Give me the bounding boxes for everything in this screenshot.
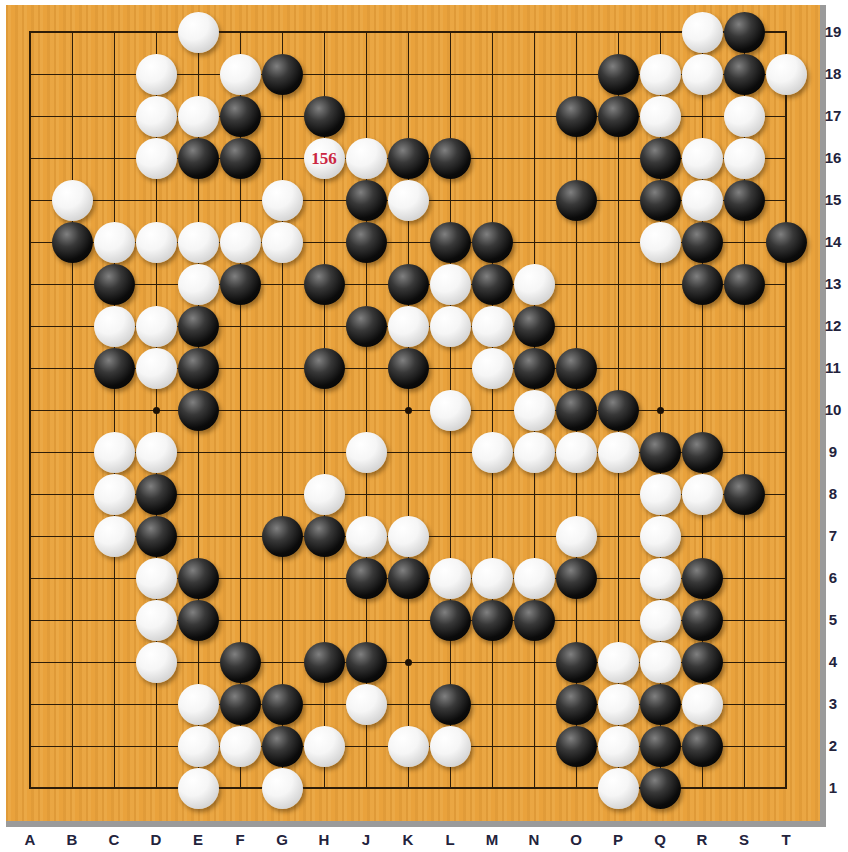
stone-black-H4[interactable] <box>304 642 345 683</box>
row-label-19: 19 <box>820 23 846 40</box>
stone-black-J6[interactable] <box>346 558 387 599</box>
stone-white-G1[interactable] <box>262 768 303 809</box>
stone-black-M14[interactable] <box>472 222 513 263</box>
stone-black-C11[interactable] <box>94 348 135 389</box>
stone-white-N13[interactable] <box>514 264 555 305</box>
stone-white-J9[interactable] <box>346 432 387 473</box>
stone-white-C7[interactable] <box>94 516 135 557</box>
stone-white-Q6[interactable] <box>640 558 681 599</box>
stone-black-L16[interactable] <box>430 138 471 179</box>
stone-black-J12[interactable] <box>346 306 387 347</box>
row-label-16: 16 <box>820 149 846 166</box>
stone-white-R3[interactable] <box>682 684 723 725</box>
stone-black-P18[interactable] <box>598 54 639 95</box>
stone-white-Q8[interactable] <box>640 474 681 515</box>
stone-white-M12[interactable] <box>472 306 513 347</box>
stone-white-P1[interactable] <box>598 768 639 809</box>
stone-black-T14[interactable] <box>766 222 807 263</box>
stone-black-K11[interactable] <box>388 348 429 389</box>
stone-white-M9[interactable] <box>472 432 513 473</box>
stone-black-N12[interactable] <box>514 306 555 347</box>
hoshi-point <box>153 407 160 414</box>
stone-white-S16[interactable] <box>724 138 765 179</box>
stone-black-D8[interactable] <box>136 474 177 515</box>
stone-black-E11[interactable] <box>178 348 219 389</box>
stone-white-J3[interactable] <box>346 684 387 725</box>
stone-black-R9[interactable] <box>682 432 723 473</box>
column-label-N: N <box>523 831 545 848</box>
stone-black-Q3[interactable] <box>640 684 681 725</box>
stone-white-Q18[interactable] <box>640 54 681 95</box>
stone-white-D6[interactable] <box>136 558 177 599</box>
stone-black-K16[interactable] <box>388 138 429 179</box>
stone-white-B15[interactable] <box>52 180 93 221</box>
hoshi-point <box>657 407 664 414</box>
column-label-T: T <box>775 831 797 848</box>
stone-black-O15[interactable] <box>556 180 597 221</box>
goban[interactable]: 156 <box>6 5 826 827</box>
stone-white-D12[interactable] <box>136 306 177 347</box>
stone-black-K13[interactable] <box>388 264 429 305</box>
row-label-3: 3 <box>820 695 846 712</box>
stone-black-O2[interactable] <box>556 726 597 767</box>
stone-white-E19[interactable] <box>178 12 219 53</box>
row-label-18: 18 <box>820 65 846 82</box>
column-label-R: R <box>691 831 713 848</box>
stone-black-P17[interactable] <box>598 96 639 137</box>
stone-black-S8[interactable] <box>724 474 765 515</box>
stone-black-N5[interactable] <box>514 600 555 641</box>
stone-white-T18[interactable] <box>766 54 807 95</box>
row-label-17: 17 <box>820 107 846 124</box>
row-label-6: 6 <box>820 569 846 586</box>
stone-white-C12[interactable] <box>94 306 135 347</box>
stone-white-D14[interactable] <box>136 222 177 263</box>
hoshi-point <box>405 659 412 666</box>
stone-black-S13[interactable] <box>724 264 765 305</box>
stone-white-J16[interactable] <box>346 138 387 179</box>
column-label-M: M <box>481 831 503 848</box>
row-label-4: 4 <box>820 653 846 670</box>
stone-black-F13[interactable] <box>220 264 261 305</box>
stone-black-M5[interactable] <box>472 600 513 641</box>
stone-black-O4[interactable] <box>556 642 597 683</box>
stone-white-M11[interactable] <box>472 348 513 389</box>
stone-black-G2[interactable] <box>262 726 303 767</box>
stone-white-H8[interactable] <box>304 474 345 515</box>
column-label-P: P <box>607 831 629 848</box>
column-label-L: L <box>439 831 461 848</box>
stone-black-L5[interactable] <box>430 600 471 641</box>
stone-black-D7[interactable] <box>136 516 177 557</box>
stone-white-L6[interactable] <box>430 558 471 599</box>
stone-white-H2[interactable] <box>304 726 345 767</box>
stone-black-E10[interactable] <box>178 390 219 431</box>
stone-black-F16[interactable] <box>220 138 261 179</box>
stone-white-P9[interactable] <box>598 432 639 473</box>
row-label-9: 9 <box>820 443 846 460</box>
stone-white-P4[interactable] <box>598 642 639 683</box>
stone-white-N10[interactable] <box>514 390 555 431</box>
stone-white-M6[interactable] <box>472 558 513 599</box>
row-label-11: 11 <box>820 359 846 376</box>
stone-black-Q2[interactable] <box>640 726 681 767</box>
stone-black-G18[interactable] <box>262 54 303 95</box>
stone-black-R14[interactable] <box>682 222 723 263</box>
column-label-B: B <box>61 831 83 848</box>
stone-white-K7[interactable] <box>388 516 429 557</box>
stone-white-N9[interactable] <box>514 432 555 473</box>
stone-white-F14[interactable] <box>220 222 261 263</box>
go-board-screenshot: 156 ABCDEFGHJKLMNOPQRST19181716151413121… <box>0 0 848 852</box>
stone-white-E2[interactable] <box>178 726 219 767</box>
stone-white-Q7[interactable] <box>640 516 681 557</box>
stone-black-Q15[interactable] <box>640 180 681 221</box>
stone-white-D5[interactable] <box>136 600 177 641</box>
stone-white-K2[interactable] <box>388 726 429 767</box>
stone-black-E16[interactable] <box>178 138 219 179</box>
stone-white-D17[interactable] <box>136 96 177 137</box>
column-label-Q: Q <box>649 831 671 848</box>
stone-white-G14[interactable] <box>262 222 303 263</box>
column-label-S: S <box>733 831 755 848</box>
column-label-J: J <box>355 831 377 848</box>
stone-black-R5[interactable] <box>682 600 723 641</box>
stone-black-O17[interactable] <box>556 96 597 137</box>
row-label-5: 5 <box>820 611 846 628</box>
stone-white-L13[interactable] <box>430 264 471 305</box>
stone-black-H17[interactable] <box>304 96 345 137</box>
stone-black-O6[interactable] <box>556 558 597 599</box>
column-label-O: O <box>565 831 587 848</box>
stone-black-J14[interactable] <box>346 222 387 263</box>
row-label-13: 13 <box>820 275 846 292</box>
stone-white-H16[interactable]: 156 <box>304 138 345 179</box>
column-label-A: A <box>19 831 41 848</box>
stone-white-F18[interactable] <box>220 54 261 95</box>
stone-white-R8[interactable] <box>682 474 723 515</box>
stone-black-R13[interactable] <box>682 264 723 305</box>
stone-white-Q4[interactable] <box>640 642 681 683</box>
stone-black-H7[interactable] <box>304 516 345 557</box>
stone-white-C8[interactable] <box>94 474 135 515</box>
stone-white-C9[interactable] <box>94 432 135 473</box>
stone-black-B14[interactable] <box>52 222 93 263</box>
stone-white-K15[interactable] <box>388 180 429 221</box>
stone-black-L3[interactable] <box>430 684 471 725</box>
stone-white-S17[interactable] <box>724 96 765 137</box>
stone-white-E14[interactable] <box>178 222 219 263</box>
stone-black-H11[interactable] <box>304 348 345 389</box>
column-label-E: E <box>187 831 209 848</box>
stone-black-E12[interactable] <box>178 306 219 347</box>
stone-black-L14[interactable] <box>430 222 471 263</box>
stone-black-S19[interactable] <box>724 12 765 53</box>
stone-black-R6[interactable] <box>682 558 723 599</box>
stone-black-O11[interactable] <box>556 348 597 389</box>
stone-white-D4[interactable] <box>136 642 177 683</box>
stone-black-S18[interactable] <box>724 54 765 95</box>
stone-white-R19[interactable] <box>682 12 723 53</box>
stone-black-Q1[interactable] <box>640 768 681 809</box>
stone-white-Q17[interactable] <box>640 96 681 137</box>
stone-black-G3[interactable] <box>262 684 303 725</box>
stone-white-P3[interactable] <box>598 684 639 725</box>
stone-white-R16[interactable] <box>682 138 723 179</box>
stone-white-D11[interactable] <box>136 348 177 389</box>
stone-black-F17[interactable] <box>220 96 261 137</box>
stone-white-C14[interactable] <box>94 222 135 263</box>
stone-black-E6[interactable] <box>178 558 219 599</box>
stone-black-R4[interactable] <box>682 642 723 683</box>
stone-white-Q14[interactable] <box>640 222 681 263</box>
column-label-H: H <box>313 831 335 848</box>
stone-white-O7[interactable] <box>556 516 597 557</box>
row-label-10: 10 <box>820 401 846 418</box>
stone-black-Q16[interactable] <box>640 138 681 179</box>
stone-black-N11[interactable] <box>514 348 555 389</box>
stone-white-O9[interactable] <box>556 432 597 473</box>
stone-white-F2[interactable] <box>220 726 261 767</box>
stone-black-Q9[interactable] <box>640 432 681 473</box>
stone-black-F4[interactable] <box>220 642 261 683</box>
column-label-F: F <box>229 831 251 848</box>
row-label-7: 7 <box>820 527 846 544</box>
row-label-8: 8 <box>820 485 846 502</box>
stone-black-S15[interactable] <box>724 180 765 221</box>
stone-black-R2[interactable] <box>682 726 723 767</box>
stone-black-H13[interactable] <box>304 264 345 305</box>
stone-white-E17[interactable] <box>178 96 219 137</box>
stone-black-M13[interactable] <box>472 264 513 305</box>
stone-black-O10[interactable] <box>556 390 597 431</box>
stone-white-E13[interactable] <box>178 264 219 305</box>
column-label-G: G <box>271 831 293 848</box>
hoshi-point <box>405 407 412 414</box>
stone-white-E1[interactable] <box>178 768 219 809</box>
stone-white-D18[interactable] <box>136 54 177 95</box>
stone-white-R15[interactable] <box>682 180 723 221</box>
row-label-1: 1 <box>820 779 846 796</box>
stone-black-J15[interactable] <box>346 180 387 221</box>
stone-white-Q5[interactable] <box>640 600 681 641</box>
column-label-C: C <box>103 831 125 848</box>
stone-white-L10[interactable] <box>430 390 471 431</box>
stone-black-F3[interactable] <box>220 684 261 725</box>
row-label-2: 2 <box>820 737 846 754</box>
row-label-14: 14 <box>820 233 846 250</box>
stone-black-P10[interactable] <box>598 390 639 431</box>
stone-white-L2[interactable] <box>430 726 471 767</box>
stone-white-D16[interactable] <box>136 138 177 179</box>
stone-white-E3[interactable] <box>178 684 219 725</box>
stone-black-C13[interactable] <box>94 264 135 305</box>
stone-black-E5[interactable] <box>178 600 219 641</box>
stone-black-K6[interactable] <box>388 558 429 599</box>
stone-white-P2[interactable] <box>598 726 639 767</box>
stone-white-K12[interactable] <box>388 306 429 347</box>
row-label-15: 15 <box>820 191 846 208</box>
stone-white-N6[interactable] <box>514 558 555 599</box>
stone-black-O3[interactable] <box>556 684 597 725</box>
stone-white-D9[interactable] <box>136 432 177 473</box>
stone-white-R18[interactable] <box>682 54 723 95</box>
column-label-K: K <box>397 831 419 848</box>
stone-white-L12[interactable] <box>430 306 471 347</box>
row-label-12: 12 <box>820 317 846 334</box>
move-number-label: 156 <box>311 150 337 167</box>
column-label-D: D <box>145 831 167 848</box>
stone-black-J4[interactable] <box>346 642 387 683</box>
stone-white-G15[interactable] <box>262 180 303 221</box>
stone-white-J7[interactable] <box>346 516 387 557</box>
stone-black-G7[interactable] <box>262 516 303 557</box>
